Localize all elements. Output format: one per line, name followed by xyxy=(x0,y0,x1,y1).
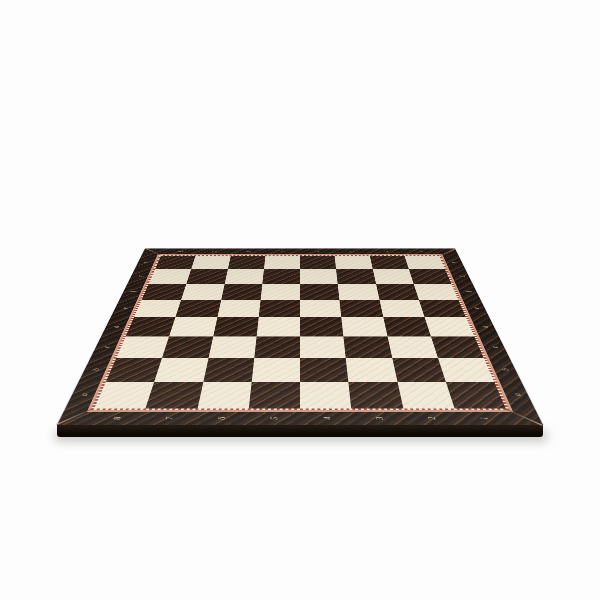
square-d2[interactable] xyxy=(383,317,431,336)
square-f6[interactable] xyxy=(221,284,262,300)
square-a3[interactable] xyxy=(349,382,403,409)
coord-right-e: e xyxy=(471,307,480,309)
coord-far-1: 1 xyxy=(416,251,424,252)
square-c2[interactable] xyxy=(387,337,438,358)
square-e2[interactable] xyxy=(379,300,424,318)
copper-trim-line xyxy=(87,254,513,412)
square-c3[interactable] xyxy=(344,337,392,358)
coord-right-b: b xyxy=(499,368,510,370)
miter-seam-0 xyxy=(145,248,162,255)
square-d1[interactable] xyxy=(424,317,474,336)
coord-right-a: a xyxy=(511,393,523,396)
square-g5[interactable] xyxy=(262,269,300,284)
square-f2[interactable] xyxy=(376,284,419,300)
square-b5[interactable] xyxy=(251,358,300,382)
coord-near-5: 5 xyxy=(268,417,279,420)
miter-seam-2 xyxy=(56,408,94,425)
square-b1[interactable] xyxy=(438,358,494,382)
coord-right-c: c xyxy=(489,346,499,348)
square-h1[interactable] xyxy=(404,256,445,269)
square-b2[interactable] xyxy=(392,358,446,382)
coord-far-4: 4 xyxy=(314,251,321,252)
square-f7[interactable] xyxy=(181,284,224,300)
coord-near-6: 6 xyxy=(216,417,227,420)
square-f5[interactable] xyxy=(260,284,300,300)
coord-near-2: 2 xyxy=(425,417,437,420)
coord-right-g: g xyxy=(456,275,464,277)
square-f8[interactable] xyxy=(142,284,187,300)
coord-left-d: d xyxy=(111,326,121,328)
square-d8[interactable] xyxy=(126,317,176,336)
square-a6[interactable] xyxy=(197,382,251,409)
square-g7[interactable] xyxy=(187,269,228,284)
coord-far-8: 8 xyxy=(176,251,184,252)
product-photo-scene: 8765432187654321hgfedcbahgfedcba xyxy=(0,0,600,600)
square-g8[interactable] xyxy=(149,269,192,284)
coord-near-3: 3 xyxy=(373,417,384,420)
square-e3[interactable] xyxy=(340,300,383,318)
square-h3[interactable] xyxy=(335,256,373,269)
square-a4[interactable] xyxy=(300,382,351,409)
square-a8[interactable] xyxy=(94,382,154,409)
square-f1[interactable] xyxy=(413,284,458,300)
miter-seam-1 xyxy=(439,249,456,256)
square-d3[interactable] xyxy=(341,317,387,336)
square-h4[interactable] xyxy=(300,256,336,269)
square-d5[interactable] xyxy=(256,317,300,336)
square-h8[interactable] xyxy=(155,256,196,269)
square-h6[interactable] xyxy=(228,256,266,269)
coord-left-f: f xyxy=(128,291,136,292)
coord-near-4: 4 xyxy=(321,417,332,420)
square-g3[interactable] xyxy=(336,269,375,284)
square-d7[interactable] xyxy=(169,317,217,336)
square-g2[interactable] xyxy=(372,269,413,284)
coord-far-5: 5 xyxy=(279,251,286,252)
board-side-edge xyxy=(57,424,543,437)
dashed-trim-bottom xyxy=(91,408,510,410)
board-squares xyxy=(94,256,506,409)
square-c5[interactable] xyxy=(254,337,300,358)
square-b7[interactable] xyxy=(154,358,208,382)
square-b6[interactable] xyxy=(203,358,254,382)
square-a7[interactable] xyxy=(146,382,203,409)
coord-far-2: 2 xyxy=(382,251,389,252)
coord-far-7: 7 xyxy=(211,251,218,252)
square-e4[interactable] xyxy=(300,300,341,318)
square-c8[interactable] xyxy=(116,337,169,358)
square-e7[interactable] xyxy=(176,300,221,318)
coord-near-8: 8 xyxy=(110,417,122,420)
square-d6[interactable] xyxy=(213,317,259,336)
dashed-trim-band xyxy=(91,255,510,410)
square-c6[interactable] xyxy=(208,337,256,358)
coord-left-a: a xyxy=(77,393,89,396)
square-e1[interactable] xyxy=(419,300,466,318)
square-c4[interactable] xyxy=(300,337,346,358)
square-h7[interactable] xyxy=(191,256,230,269)
coord-right-h: h xyxy=(450,262,458,263)
chess-board: 8765432187654321hgfedcbahgfedcba xyxy=(57,249,543,425)
square-g1[interactable] xyxy=(409,269,452,284)
square-f4[interactable] xyxy=(300,284,340,300)
square-d4[interactable] xyxy=(300,317,344,336)
square-g6[interactable] xyxy=(224,269,263,284)
square-b8[interactable] xyxy=(106,358,162,382)
square-h5[interactable] xyxy=(264,256,300,269)
square-b3[interactable] xyxy=(346,358,397,382)
coord-left-e: e xyxy=(120,307,129,309)
miter-seam-3 xyxy=(505,409,543,426)
square-b4[interactable] xyxy=(300,358,349,382)
coord-far-6: 6 xyxy=(245,251,252,252)
square-c7[interactable] xyxy=(162,337,213,358)
coord-near-1: 1 xyxy=(478,417,490,420)
square-h2[interactable] xyxy=(369,256,408,269)
square-a2[interactable] xyxy=(397,382,454,409)
square-c1[interactable] xyxy=(431,337,484,358)
coord-left-b: b xyxy=(90,368,101,370)
square-a5[interactable] xyxy=(249,382,300,409)
square-f3[interactable] xyxy=(338,284,379,300)
coord-right-f: f xyxy=(464,291,472,292)
coord-left-h: h xyxy=(142,262,150,263)
coord-right-d: d xyxy=(480,326,490,328)
square-e5[interactable] xyxy=(259,300,300,318)
square-e6[interactable] xyxy=(217,300,260,318)
coord-near-7: 7 xyxy=(163,417,175,420)
coord-far-3: 3 xyxy=(348,251,355,252)
coord-left-c: c xyxy=(101,346,111,348)
coord-left-g: g xyxy=(135,275,143,277)
square-g4[interactable] xyxy=(300,269,338,284)
square-e8[interactable] xyxy=(134,300,181,318)
